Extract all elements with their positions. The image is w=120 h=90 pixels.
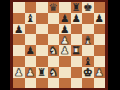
piece-white-king-g2[interactable]: ♚ (83, 66, 92, 77)
square-f4[interactable]: ♜ (71, 45, 83, 56)
square-e4[interactable]: ♟ (59, 45, 71, 56)
square-c2[interactable]: ♜ (36, 67, 48, 78)
square-e2[interactable] (59, 67, 71, 78)
square-a2[interactable]: ♟ (13, 67, 25, 78)
square-c7[interactable] (36, 13, 48, 24)
square-h2[interactable]: ♟ (94, 67, 106, 78)
square-g8[interactable]: ♚ (82, 2, 94, 13)
square-c1[interactable] (36, 78, 48, 89)
square-d1[interactable] (48, 78, 60, 89)
piece-black-pawn-a6[interactable]: ♟ (14, 23, 23, 34)
screenshot-background: ♛♜♚♝♟♟♟♟♟♟♝♟♞♟♜♝♟♟♜♞♚♟ (0, 0, 120, 90)
square-d7[interactable] (48, 13, 60, 24)
square-c6[interactable] (36, 24, 48, 35)
square-f3[interactable] (71, 56, 83, 67)
piece-white-pawn-a2[interactable]: ♟ (14, 66, 23, 77)
square-g7[interactable] (82, 13, 94, 24)
square-d6[interactable] (48, 24, 60, 35)
square-e1[interactable] (59, 78, 71, 89)
square-c8[interactable] (36, 2, 48, 13)
square-f2[interactable] (71, 67, 83, 78)
square-a5[interactable] (13, 34, 25, 45)
piece-white-bishop-g5[interactable]: ♝ (83, 34, 92, 45)
square-f6[interactable] (71, 24, 83, 35)
piece-white-rook-f4[interactable]: ♜ (72, 45, 81, 56)
square-h7[interactable]: ♟ (94, 13, 106, 24)
piece-white-knight-d2[interactable]: ♞ (49, 66, 58, 77)
piece-black-rook-c2[interactable]: ♜ (37, 66, 46, 77)
piece-black-queen-d8[interactable]: ♛ (49, 2, 58, 13)
square-c4[interactable] (36, 45, 48, 56)
square-h6[interactable] (94, 24, 106, 35)
piece-black-pawn-h7[interactable]: ♟ (95, 12, 104, 23)
square-a6[interactable]: ♟ (13, 24, 25, 35)
square-b6[interactable] (25, 24, 37, 35)
piece-white-pawn-b2[interactable]: ♟ (26, 66, 35, 77)
square-b7[interactable]: ♝ (25, 13, 37, 24)
square-c5[interactable] (36, 34, 48, 45)
piece-black-bishop-b7[interactable]: ♝ (26, 12, 35, 23)
square-a8[interactable] (13, 2, 25, 13)
square-d2[interactable]: ♞ (48, 67, 60, 78)
square-g5[interactable]: ♝ (82, 34, 94, 45)
piece-white-knight-d4[interactable]: ♞ (49, 45, 58, 56)
square-h1[interactable] (94, 78, 106, 89)
square-e3[interactable] (59, 56, 71, 67)
piece-black-king-g8[interactable]: ♚ (83, 2, 92, 13)
square-d4[interactable]: ♞ (48, 45, 60, 56)
square-b2[interactable]: ♟ (25, 67, 37, 78)
square-g1[interactable] (82, 78, 94, 89)
square-b4[interactable]: ♟ (25, 45, 37, 56)
square-b1[interactable] (25, 78, 37, 89)
square-h4[interactable] (94, 45, 106, 56)
chess-board: ♛♜♚♝♟♟♟♟♟♟♝♟♞♟♜♝♟♟♜♞♚♟ (10, 0, 108, 90)
square-f1[interactable] (71, 78, 83, 89)
square-a4[interactable] (13, 45, 25, 56)
square-f7[interactable]: ♟ (71, 13, 83, 24)
piece-white-pawn-h2[interactable]: ♟ (95, 66, 104, 77)
square-g2[interactable]: ♚ (82, 67, 94, 78)
piece-white-pawn-e4[interactable]: ♟ (60, 45, 69, 56)
chess-board-grid[interactable]: ♛♜♚♝♟♟♟♟♟♟♝♟♞♟♜♝♟♟♜♞♚♟ (13, 2, 105, 88)
piece-black-pawn-b4[interactable]: ♟ (26, 45, 35, 56)
square-a1[interactable] (13, 78, 25, 89)
piece-black-pawn-f7[interactable]: ♟ (72, 12, 81, 23)
square-d8[interactable]: ♛ (48, 2, 60, 13)
square-h5[interactable] (94, 34, 106, 45)
